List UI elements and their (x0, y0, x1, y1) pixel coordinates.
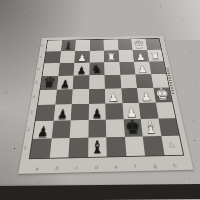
square-h4: ♚ (153, 87, 172, 102)
board-grid: ♝♛♟♜♟♜♟♞♟♛♟♟♟♚♟♟♟♟♚♝♝♘ (29, 38, 185, 159)
piece-black-pawn-b3: ♟ (57, 108, 68, 121)
square-b2 (51, 120, 70, 138)
square-h8 (145, 39, 161, 50)
square-c4 (72, 89, 89, 104)
square-e5 (105, 75, 121, 89)
table-edge-dark-band (0, 184, 200, 200)
square-d2 (88, 120, 106, 138)
square-a4 (38, 90, 56, 105)
square-d3: ♟ (88, 104, 106, 120)
file-label-f: f (125, 163, 145, 169)
piece-white-pawn-c7: ♟ (77, 53, 86, 62)
square-d6: ♞ (89, 62, 104, 75)
rank-label-7: 7 (38, 51, 42, 63)
piece-white-bishop-g2: ♝ (144, 120, 159, 136)
rank-label-4: 4 (31, 89, 36, 104)
file-label-a: a (27, 165, 48, 171)
square-b5: ♟ (57, 76, 74, 90)
square-f1 (125, 136, 146, 156)
maker-logo-emblem: ♘ (167, 141, 176, 149)
square-e1 (106, 137, 126, 157)
file-label-e: e (106, 164, 126, 170)
square-h6 (149, 61, 166, 74)
piece-white-king-h4: ♚ (154, 86, 170, 102)
file-label-d: d (86, 164, 106, 170)
square-f8 (117, 39, 132, 50)
rank-label-3: 3 (28, 104, 34, 120)
square-a3 (36, 105, 55, 122)
rank-label-2: 2 (25, 120, 31, 138)
square-f2: ♚ (123, 119, 143, 137)
square-e8 (104, 39, 119, 50)
piece-black-king-f2: ♚ (125, 118, 142, 137)
rank-label-8: 8 (40, 40, 44, 51)
rank-label-6: 6 (36, 63, 41, 76)
square-b3: ♟ (53, 104, 72, 121)
piece-black-pawn-b5: ♟ (60, 79, 70, 90)
square-c2 (70, 120, 89, 138)
square-d1: ♝ (88, 137, 107, 157)
square-c1 (68, 138, 88, 158)
piece-white-rook-h7: ♜ (150, 51, 161, 61)
square-e7: ♜ (104, 50, 119, 62)
piece-black-pawn-a2: ♟ (37, 125, 50, 139)
square-h7: ♜ (147, 50, 164, 62)
square-d4 (89, 89, 106, 104)
square-h1: ♘ (161, 136, 183, 156)
square-b8: ♝ (61, 40, 76, 51)
square-h2 (158, 118, 179, 136)
square-d7 (89, 51, 104, 63)
square-a7 (44, 51, 60, 63)
photo-background: { "game": "chess", "scene": "overhead gr… (0, 0, 200, 200)
chessboard: ♝♛♟♜♟♜♟♞♟♛♟♟♟♚♟♟♟♟♚♝♝♘ abcdefgh 87654321 (18, 36, 193, 174)
square-c7: ♟ (74, 51, 89, 63)
square-b7 (59, 51, 75, 63)
square-e4: ♟ (105, 88, 122, 103)
piece-white-pawn-g4: ♟ (141, 91, 152, 103)
square-a2: ♟ (33, 121, 53, 139)
square-c8 (75, 40, 90, 51)
square-f7 (118, 50, 134, 62)
square-f5 (120, 74, 137, 88)
table-glare-top-right (140, 0, 200, 40)
piece-white-rook-e7: ♜ (106, 52, 116, 62)
piece-white-pawn-g6: ♟ (137, 64, 147, 74)
square-a8 (46, 40, 62, 51)
rank-label-1: 1 (22, 138, 28, 157)
square-f4 (121, 88, 139, 103)
square-e3 (105, 103, 123, 119)
piece-white-queen-g8: ♛ (133, 39, 146, 50)
square-c5 (73, 75, 89, 89)
square-b6 (58, 63, 74, 76)
square-c3 (71, 104, 89, 121)
piece-white-pawn-e4: ♟ (108, 92, 118, 104)
square-d5 (89, 75, 105, 89)
table-speckles (0, 0, 1, 1)
square-e2 (106, 119, 125, 137)
square-d8 (89, 40, 103, 51)
file-labels: abcdefgh (27, 162, 185, 171)
square-a5: ♛ (40, 76, 58, 90)
square-b4 (55, 89, 73, 104)
piece-black-pawn-c6: ♟ (77, 65, 87, 75)
file-label-g: g (145, 163, 165, 169)
rank-label-5: 5 (34, 76, 39, 90)
piece-white-pawn-g7: ♟ (136, 52, 146, 61)
square-f6 (119, 62, 135, 75)
square-b1 (49, 138, 69, 158)
file-label-h: h (164, 162, 185, 168)
square-h3 (155, 102, 175, 118)
piece-black-bishop-d1: ♝ (91, 139, 104, 157)
file-label-c: c (67, 164, 87, 170)
piece-black-bishop-b8: ♝ (63, 41, 74, 51)
piece-black-knight-d6: ♞ (91, 64, 102, 76)
piece-black-pawn-d3: ♟ (92, 107, 102, 120)
square-c6: ♟ (74, 63, 90, 76)
piece-black-queen-a5: ♛ (42, 76, 56, 90)
file-label-b: b (47, 165, 67, 171)
square-e6 (104, 62, 120, 75)
square-a1 (30, 138, 51, 158)
